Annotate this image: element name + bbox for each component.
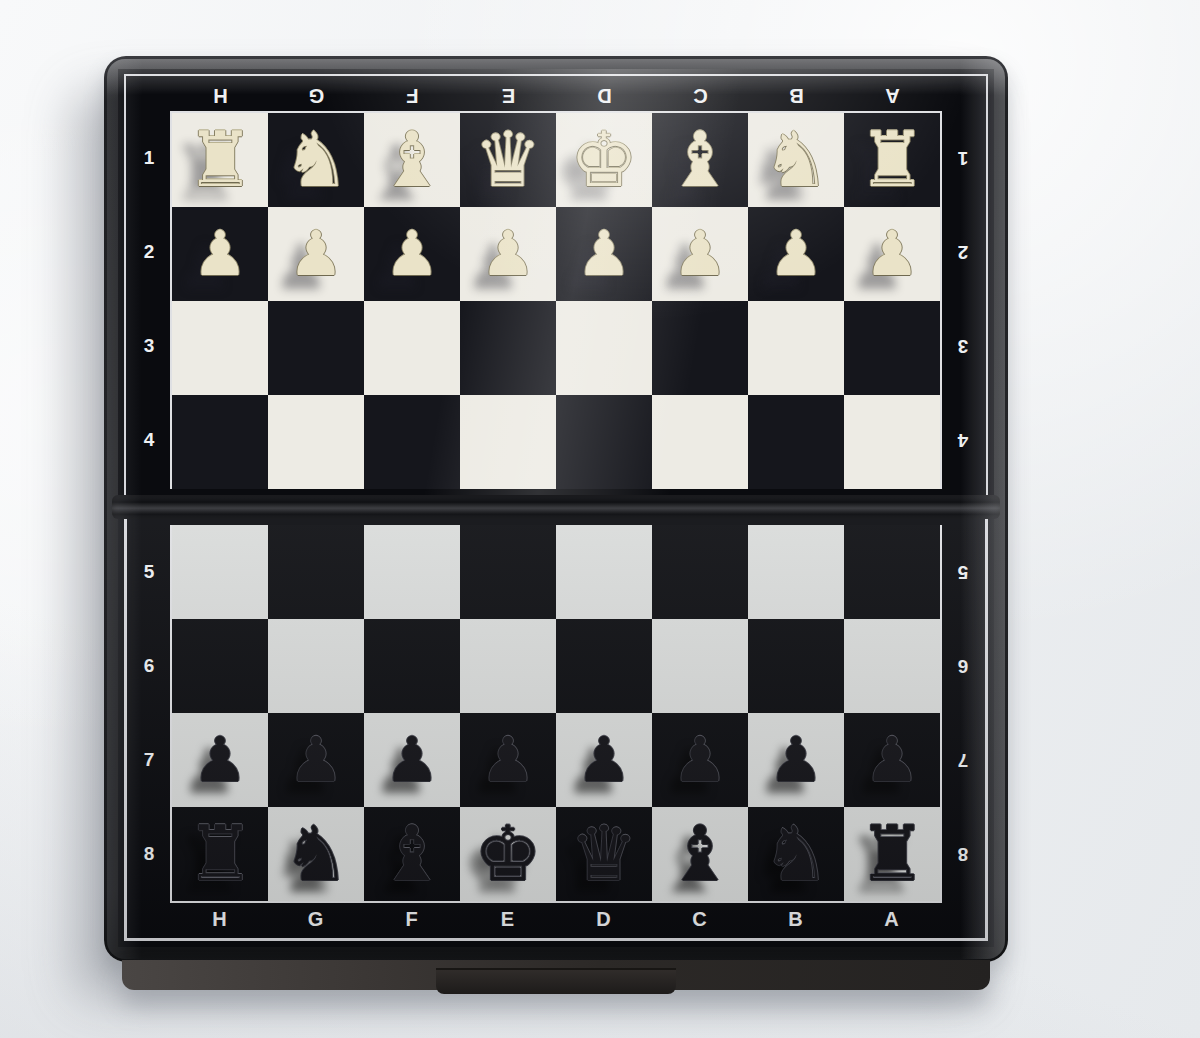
square-d4[interactable] bbox=[556, 395, 652, 489]
square-c7[interactable]: ♟ bbox=[652, 713, 748, 807]
white-pawn-e2[interactable]: ♟ bbox=[480, 223, 536, 285]
rank-label-right-3: 3 bbox=[942, 299, 984, 393]
black-pawn-d7[interactable]: ♟ bbox=[576, 729, 632, 791]
white-rook-a1[interactable]: ♜ bbox=[858, 122, 926, 198]
rank-label-right-2: 2 bbox=[942, 205, 984, 299]
file-label-top-d: D bbox=[556, 84, 652, 107]
file-label-top-a: A bbox=[844, 84, 940, 107]
board-bottom-mid: 5678♟♟♟♟♟♟♟♟♜♞♝♚♛♝♞♜5678 bbox=[128, 525, 984, 903]
rank-label-right-5: 5 bbox=[942, 525, 984, 619]
white-rook-h1[interactable]: ♜ bbox=[186, 122, 254, 198]
white-pawn-f2[interactable]: ♟ bbox=[384, 223, 440, 285]
rank-labels-left: 5678 bbox=[128, 525, 170, 903]
chess-set: HGFEDCBA1234♜♞♝♛♚♝♞♜♟♟♟♟♟♟♟♟12345678♟♟♟♟… bbox=[104, 56, 1008, 992]
file-label-top-c: C bbox=[652, 84, 748, 107]
file-label-top-h: H bbox=[172, 84, 268, 107]
file-labels-top: HGFEDCBA bbox=[128, 79, 984, 111]
black-pawn-e7[interactable]: ♟ bbox=[480, 729, 536, 791]
square-g6[interactable] bbox=[268, 619, 364, 713]
file-label-bottom-e: E bbox=[460, 908, 556, 931]
black-queen-d8[interactable]: ♛ bbox=[570, 816, 638, 892]
square-b6[interactable] bbox=[748, 619, 844, 713]
squares-grid: ♟♟♟♟♟♟♟♟♜♞♝♚♛♝♞♜ bbox=[170, 525, 942, 903]
frame-front-edge bbox=[122, 960, 990, 990]
square-c2[interactable]: ♟ bbox=[652, 207, 748, 301]
square-h8[interactable]: ♜ bbox=[172, 807, 268, 901]
square-h5[interactable] bbox=[172, 525, 268, 619]
square-g8[interactable]: ♞ bbox=[268, 807, 364, 901]
rank-labels-right: 5678 bbox=[942, 525, 984, 903]
board-frame: HGFEDCBA1234♜♞♝♛♚♝♞♜♟♟♟♟♟♟♟♟12345678♟♟♟♟… bbox=[104, 56, 1008, 962]
square-e6[interactable] bbox=[460, 619, 556, 713]
black-pawn-g7[interactable]: ♟ bbox=[288, 729, 344, 791]
square-b3[interactable] bbox=[748, 301, 844, 395]
square-b2[interactable]: ♟ bbox=[748, 207, 844, 301]
file-label-bottom-g: G bbox=[268, 908, 364, 931]
square-a1[interactable]: ♜ bbox=[844, 113, 940, 207]
square-f5[interactable] bbox=[364, 525, 460, 619]
square-b5[interactable] bbox=[748, 525, 844, 619]
rank-label-right-7: 7 bbox=[942, 713, 984, 807]
file-label-bottom-a: A bbox=[844, 908, 940, 931]
square-b1[interactable]: ♞ bbox=[748, 113, 844, 207]
rank-label-left-7: 7 bbox=[128, 713, 170, 807]
file-label-bottom-c: C bbox=[652, 908, 748, 931]
square-d3[interactable] bbox=[556, 301, 652, 395]
file-label-top-e: E bbox=[460, 84, 556, 107]
file-labels-bottom: HGFEDCBA bbox=[128, 903, 984, 935]
square-f4[interactable] bbox=[364, 395, 460, 489]
square-h1[interactable]: ♜ bbox=[172, 113, 268, 207]
square-g7[interactable]: ♟ bbox=[268, 713, 364, 807]
rank-label-left-1: 1 bbox=[128, 111, 170, 205]
square-c6[interactable] bbox=[652, 619, 748, 713]
square-h6[interactable] bbox=[172, 619, 268, 713]
white-king-d1[interactable]: ♚ bbox=[570, 122, 638, 198]
square-e3[interactable] bbox=[460, 301, 556, 395]
black-rook-a8[interactable]: ♜ bbox=[858, 816, 926, 892]
scene-background: HGFEDCBA1234♜♞♝♛♚♝♞♜♟♟♟♟♟♟♟♟12345678♟♟♟♟… bbox=[0, 0, 1200, 1038]
square-a4[interactable] bbox=[844, 395, 940, 489]
file-label-top-f: F bbox=[364, 84, 460, 107]
white-pawn-h2[interactable]: ♟ bbox=[192, 223, 248, 285]
square-f6[interactable] bbox=[364, 619, 460, 713]
square-a5[interactable] bbox=[844, 525, 940, 619]
square-h3[interactable] bbox=[172, 301, 268, 395]
square-c1[interactable]: ♝ bbox=[652, 113, 748, 207]
black-pawn-f7[interactable]: ♟ bbox=[384, 729, 440, 791]
squares-grid: ♜♞♝♛♚♝♞♜♟♟♟♟♟♟♟♟ bbox=[170, 111, 942, 489]
white-pawn-b2[interactable]: ♟ bbox=[768, 223, 824, 285]
square-b4[interactable] bbox=[748, 395, 844, 489]
square-f3[interactable] bbox=[364, 301, 460, 395]
square-a3[interactable] bbox=[844, 301, 940, 395]
square-f2[interactable]: ♟ bbox=[364, 207, 460, 301]
black-pawn-b7[interactable]: ♟ bbox=[768, 729, 824, 791]
square-d1[interactable]: ♚ bbox=[556, 113, 652, 207]
black-knight-g8[interactable]: ♞ bbox=[282, 816, 350, 892]
rank-label-right-8: 8 bbox=[942, 807, 984, 901]
square-c8[interactable]: ♝ bbox=[652, 807, 748, 901]
black-bishop-f8[interactable]: ♝ bbox=[378, 816, 446, 892]
board-top-mid: 1234♜♞♝♛♚♝♞♜♟♟♟♟♟♟♟♟1234 bbox=[128, 111, 984, 489]
rank-label-left-6: 6 bbox=[128, 619, 170, 713]
rank-label-right-6: 6 bbox=[942, 619, 984, 713]
square-g5[interactable] bbox=[268, 525, 364, 619]
square-a6[interactable] bbox=[844, 619, 940, 713]
white-pawn-g2[interactable]: ♟ bbox=[288, 223, 344, 285]
black-bishop-c8[interactable]: ♝ bbox=[666, 816, 734, 892]
rank-label-right-1: 1 bbox=[942, 111, 984, 205]
file-label-top-g: G bbox=[268, 84, 364, 107]
black-pawn-c7[interactable]: ♟ bbox=[672, 729, 728, 791]
white-knight-b1[interactable]: ♞ bbox=[762, 122, 830, 198]
square-d2[interactable]: ♟ bbox=[556, 207, 652, 301]
square-d5[interactable] bbox=[556, 525, 652, 619]
latch-tab bbox=[436, 968, 676, 994]
file-label-bottom-b: B bbox=[748, 908, 844, 931]
file-label-bottom-h: H bbox=[172, 908, 268, 931]
square-h7[interactable]: ♟ bbox=[172, 713, 268, 807]
rank-label-left-3: 3 bbox=[128, 299, 170, 393]
square-f8[interactable]: ♝ bbox=[364, 807, 460, 901]
rank-label-left-4: 4 bbox=[128, 393, 170, 487]
white-bishop-c1[interactable]: ♝ bbox=[666, 122, 734, 198]
square-a2[interactable]: ♟ bbox=[844, 207, 940, 301]
white-pawn-d2[interactable]: ♟ bbox=[576, 223, 632, 285]
square-c5[interactable] bbox=[652, 525, 748, 619]
square-b8[interactable]: ♞ bbox=[748, 807, 844, 901]
file-label-top-b: B bbox=[748, 84, 844, 107]
file-label-bottom-f: F bbox=[364, 908, 460, 931]
square-g1[interactable]: ♞ bbox=[268, 113, 364, 207]
board-bottom-half: 5678♟♟♟♟♟♟♟♟♜♞♝♚♛♝♞♜5678HGFEDCBA bbox=[118, 519, 994, 947]
black-knight-b8[interactable]: ♞ bbox=[762, 816, 830, 892]
rank-labels-right: 1234 bbox=[942, 111, 984, 489]
board-top-half: HGFEDCBA1234♜♞♝♛♚♝♞♜♟♟♟♟♟♟♟♟1234 bbox=[118, 69, 994, 495]
square-h4[interactable] bbox=[172, 395, 268, 489]
square-e2[interactable]: ♟ bbox=[460, 207, 556, 301]
square-a7[interactable]: ♟ bbox=[844, 713, 940, 807]
square-c4[interactable] bbox=[652, 395, 748, 489]
square-e1[interactable]: ♛ bbox=[460, 113, 556, 207]
white-pawn-c2[interactable]: ♟ bbox=[672, 223, 728, 285]
square-e8[interactable]: ♚ bbox=[460, 807, 556, 901]
white-knight-g1[interactable]: ♞ bbox=[282, 122, 350, 198]
rank-label-left-8: 8 bbox=[128, 807, 170, 901]
square-g3[interactable] bbox=[268, 301, 364, 395]
square-e4[interactable] bbox=[460, 395, 556, 489]
square-a8[interactable]: ♜ bbox=[844, 807, 940, 901]
square-c3[interactable] bbox=[652, 301, 748, 395]
black-pawn-a7[interactable]: ♟ bbox=[864, 729, 920, 791]
rank-label-right-4: 4 bbox=[942, 393, 984, 487]
file-label-bottom-d: D bbox=[556, 908, 652, 931]
black-pawn-h7[interactable]: ♟ bbox=[192, 729, 248, 791]
square-e5[interactable] bbox=[460, 525, 556, 619]
white-bishop-f1[interactable]: ♝ bbox=[378, 122, 446, 198]
square-d8[interactable]: ♛ bbox=[556, 807, 652, 901]
rank-label-left-5: 5 bbox=[128, 525, 170, 619]
square-f1[interactable]: ♝ bbox=[364, 113, 460, 207]
hinge-bar bbox=[112, 495, 1000, 519]
black-king-e8[interactable]: ♚ bbox=[474, 816, 542, 892]
square-g2[interactable]: ♟ bbox=[268, 207, 364, 301]
square-b7[interactable]: ♟ bbox=[748, 713, 844, 807]
rank-labels-left: 1234 bbox=[128, 111, 170, 489]
square-h2[interactable]: ♟ bbox=[172, 207, 268, 301]
white-pawn-a2[interactable]: ♟ bbox=[864, 223, 920, 285]
square-g4[interactable] bbox=[268, 395, 364, 489]
black-rook-h8[interactable]: ♜ bbox=[186, 816, 254, 892]
square-f7[interactable]: ♟ bbox=[364, 713, 460, 807]
square-e7[interactable]: ♟ bbox=[460, 713, 556, 807]
square-d6[interactable] bbox=[556, 619, 652, 713]
square-d7[interactable]: ♟ bbox=[556, 713, 652, 807]
white-queen-e1[interactable]: ♛ bbox=[474, 122, 542, 198]
rank-label-left-2: 2 bbox=[128, 205, 170, 299]
